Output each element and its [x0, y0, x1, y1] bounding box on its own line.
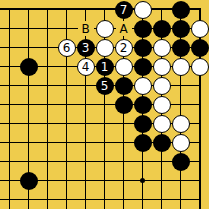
- go-board[interactable]: 7BA632415: [0, 0, 209, 209]
- stone-white[interactable]: [153, 115, 171, 133]
- grid-line-vertical: [104, 8, 105, 210]
- stone-black-1[interactable]: 1: [96, 58, 114, 76]
- stone-black-3[interactable]: 3: [77, 39, 95, 57]
- stone-black[interactable]: [134, 96, 152, 114]
- stone-black[interactable]: [172, 39, 190, 57]
- stone-black[interactable]: [134, 134, 152, 152]
- grid-line-vertical: [180, 8, 181, 210]
- stone-black[interactable]: [20, 58, 38, 76]
- move-number: 1: [101, 61, 109, 73]
- grid-line-vertical: [47, 8, 48, 210]
- stone-black[interactable]: [172, 20, 190, 38]
- star-point: [140, 178, 145, 183]
- move-number: 7: [120, 4, 128, 16]
- stone-black[interactable]: [172, 153, 190, 171]
- stone-white[interactable]: [153, 39, 171, 57]
- stone-white[interactable]: [153, 58, 171, 76]
- stone-black-5[interactable]: 5: [96, 77, 114, 95]
- stone-white[interactable]: [134, 1, 152, 19]
- stone-black[interactable]: [115, 96, 133, 114]
- stone-black[interactable]: [153, 20, 171, 38]
- grid-line-vertical: [9, 8, 10, 210]
- point-label-A[interactable]: A: [116, 21, 132, 36]
- stone-white-2[interactable]: 2: [115, 39, 133, 57]
- stone-black[interactable]: [20, 172, 38, 190]
- stone-white[interactable]: [191, 58, 209, 76]
- stone-white[interactable]: [115, 58, 133, 76]
- stone-white[interactable]: [172, 58, 190, 76]
- stone-white[interactable]: [153, 96, 171, 114]
- point-label-B[interactable]: B: [78, 21, 94, 36]
- stone-white[interactable]: [172, 115, 190, 133]
- stone-black[interactable]: [134, 20, 152, 38]
- board-top-edge-line: [0, 8, 201, 10]
- board-right-edge-line: [199, 8, 201, 210]
- move-number: 6: [63, 42, 71, 54]
- stone-white[interactable]: [191, 20, 209, 38]
- move-number: 4: [82, 61, 90, 73]
- stone-white-4[interactable]: 4: [77, 58, 95, 76]
- stone-white-6[interactable]: 6: [58, 39, 76, 57]
- stone-white[interactable]: [96, 39, 114, 57]
- stone-white[interactable]: [134, 77, 152, 95]
- stone-black[interactable]: [115, 77, 133, 95]
- stone-black[interactable]: [153, 134, 171, 152]
- move-number: 3: [82, 42, 90, 54]
- move-number: 2: [120, 42, 128, 54]
- stone-black[interactable]: [191, 39, 209, 57]
- stone-black[interactable]: [134, 115, 152, 133]
- stone-white[interactable]: [153, 77, 171, 95]
- stone-black-7[interactable]: 7: [115, 1, 133, 19]
- move-number: 5: [101, 80, 109, 92]
- stone-white[interactable]: [96, 20, 114, 38]
- stone-white[interactable]: [172, 134, 190, 152]
- grid-line-horizontal: [0, 161, 200, 162]
- grid-line-vertical: [66, 8, 67, 210]
- grid-line-vertical: [85, 8, 86, 210]
- grid-line-horizontal: [0, 199, 200, 200]
- stone-black[interactable]: [134, 39, 152, 57]
- stone-black[interactable]: [172, 1, 190, 19]
- stone-black[interactable]: [134, 58, 152, 76]
